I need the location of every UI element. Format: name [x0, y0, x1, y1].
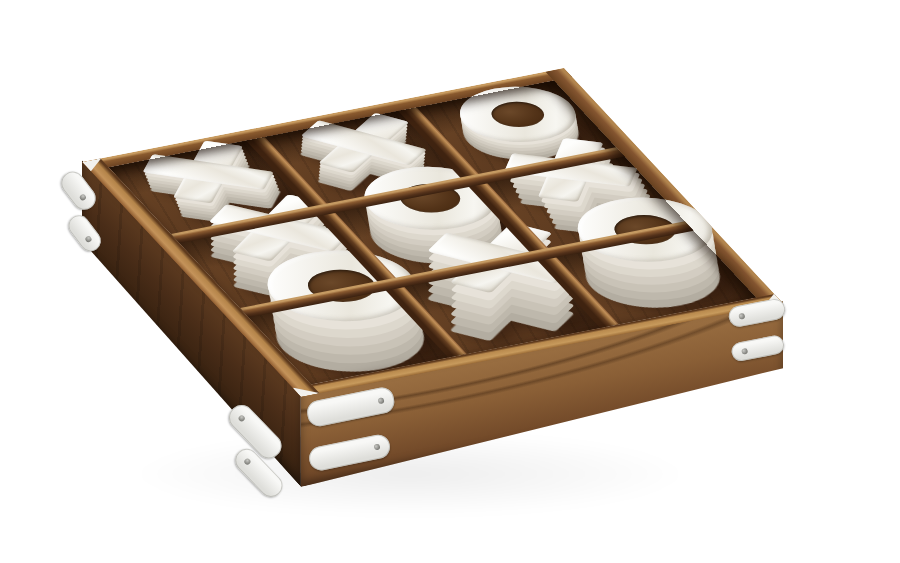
product-photo-scene: [0, 0, 900, 563]
